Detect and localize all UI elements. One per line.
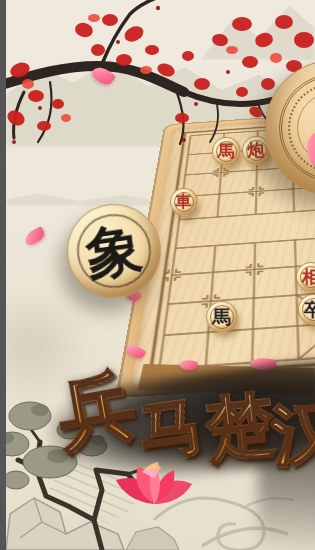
piece-red-horse: 馬	[212, 137, 241, 166]
piece-character: 卒	[304, 301, 315, 319]
title-character: 楚	[202, 389, 277, 464]
petal-decoration	[22, 226, 47, 247]
piece-character: 車	[176, 194, 192, 210]
lotus-flower-illustration	[114, 458, 194, 512]
mountain-ridge	[6, 190, 171, 206]
title-character: 马	[135, 394, 205, 464]
piece-character: 炮	[248, 142, 265, 159]
title-character: 汉	[268, 397, 314, 470]
piece-black-horse: 馬	[206, 301, 238, 333]
piece-character: 象	[82, 219, 145, 282]
splash-screen: 馬 炮 車 馬 相 卒	[6, 0, 315, 550]
mountain-silhouette	[201, 0, 315, 60]
piece-character: 相	[302, 269, 315, 286]
piece-red-chariot: 車	[170, 188, 198, 216]
piece-character: 馬	[218, 143, 235, 160]
title-character: 兵	[51, 366, 139, 454]
piece-character: 馬	[212, 308, 231, 327]
